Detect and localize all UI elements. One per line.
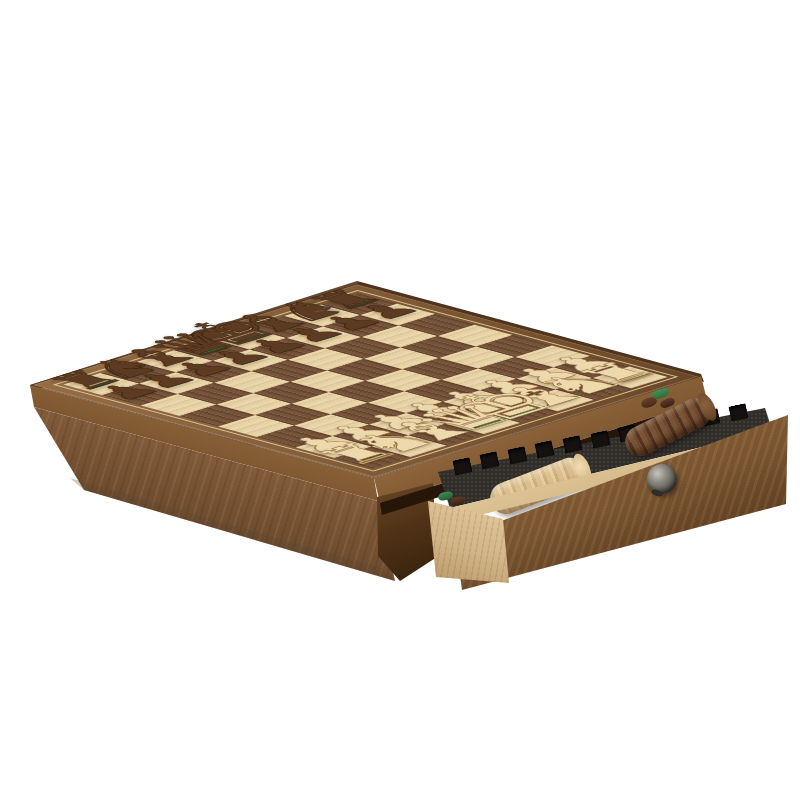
foam-slot [452,457,472,475]
foam-slot [590,430,610,448]
product-photo-scene: ♜♞♝♛♚♝♞♜♟♟♟♟♟♟♟♟♟♟♟♟♟♟♟♟♜♞♝♛♚♝♞♜ [0,0,800,800]
drawer-knob[interactable] [647,464,677,494]
foam-slot [507,446,527,464]
